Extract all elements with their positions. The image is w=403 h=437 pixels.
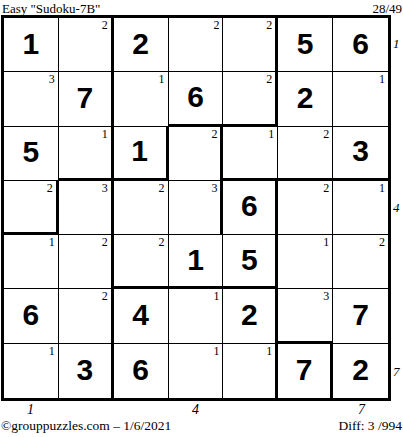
given-digit: 6: [4, 289, 58, 342]
given-digit: 1: [4, 18, 58, 71]
cell-r3c5[interactable]: 1: [223, 127, 278, 181]
pencil-mark: 3: [49, 72, 55, 86]
pencil-mark: 2: [47, 181, 53, 195]
row-label-7: 7: [393, 364, 400, 380]
pencil-mark: 3: [323, 289, 329, 303]
cell-r7c3[interactable]: 6: [114, 344, 169, 398]
cell-r1c5[interactable]: 2: [223, 18, 278, 72]
cell-r2c3[interactable]: 1: [114, 72, 169, 126]
given-digit: 3: [59, 344, 111, 398]
sudoku-board: 1222256371622151121232323621122151262412…: [1, 15, 391, 401]
given-digit: 7: [278, 344, 330, 398]
given-digit: 2: [114, 18, 168, 71]
pencil-mark: 2: [102, 289, 108, 303]
given-digit: 6: [223, 181, 275, 234]
cell-r5c3[interactable]: 2: [114, 235, 169, 289]
cell-r7c4[interactable]: 1: [169, 344, 224, 398]
copyright-text: ©grouppuzzles.com – 1/6/2021: [1, 418, 171, 434]
cell-r6c5[interactable]: 2: [223, 289, 278, 343]
given-digit: 7: [59, 72, 111, 125]
cell-r4c3[interactable]: 2: [114, 181, 169, 235]
row-label-4: 4: [393, 200, 400, 216]
cell-r1c7[interactable]: 6: [333, 18, 388, 72]
pencil-mark: 1: [379, 181, 385, 195]
cell-r4c2[interactable]: 3: [59, 181, 114, 235]
cell-r2c7[interactable]: 1: [333, 72, 388, 126]
pencil-mark: 1: [159, 72, 165, 86]
pencil-mark: 2: [379, 235, 385, 249]
given-digit: 2: [333, 344, 388, 398]
cell-r5c4[interactable]: 1: [169, 235, 224, 289]
cell-r6c4[interactable]: 1: [169, 289, 224, 343]
given-digit: 2: [223, 289, 275, 342]
col-label-7: 7: [358, 402, 365, 418]
difficulty-text: Diff: 3 /994: [339, 418, 403, 434]
cell-r3c6[interactable]: 2: [278, 127, 333, 181]
given-digit: 5: [4, 127, 58, 180]
pencil-mark: 1: [49, 235, 55, 249]
pencil-mark: 2: [213, 18, 219, 32]
given-digit: 1: [169, 235, 223, 286]
cell-r7c6[interactable]: 7: [278, 344, 333, 398]
given-digit: 6: [333, 18, 388, 71]
cell-r2c6[interactable]: 2: [278, 72, 333, 126]
cell-r7c2[interactable]: 3: [59, 344, 114, 398]
col-label-4: 4: [192, 402, 199, 418]
cell-r4c4[interactable]: 3: [169, 181, 224, 235]
cell-r3c2[interactable]: 1: [59, 127, 114, 181]
pencil-mark: 1: [213, 289, 219, 303]
pencil-mark: 1: [266, 344, 272, 358]
given-digit: 4: [114, 289, 168, 342]
cell-r4c7[interactable]: 1: [333, 181, 388, 235]
given-digit: 6: [114, 344, 168, 398]
pencil-mark: 2: [211, 127, 217, 141]
cell-r1c4[interactable]: 2: [169, 18, 224, 72]
cell-r7c7[interactable]: 2: [333, 344, 388, 398]
pencil-mark: 1: [379, 72, 385, 86]
cell-r4c6[interactable]: 2: [278, 181, 333, 235]
cell-r6c2[interactable]: 2: [59, 289, 114, 343]
given-digit: 1: [114, 127, 166, 178]
cell-r2c5[interactable]: 2: [223, 72, 278, 126]
pencil-mark: 2: [323, 127, 329, 141]
cell-r5c6[interactable]: 1: [278, 235, 333, 289]
cell-r2c2[interactable]: 7: [59, 72, 114, 126]
cell-r7c5[interactable]: 1: [223, 344, 278, 398]
cell-r5c5[interactable]: 5: [223, 235, 278, 289]
pencil-mark: 3: [102, 181, 108, 195]
given-digit: 6: [169, 72, 223, 123]
given-digit: 5: [223, 235, 275, 286]
pencil-mark: 2: [102, 235, 108, 249]
puzzle-page: Easy "Sudoku-7B" 28/49 12222563716221511…: [0, 0, 403, 437]
cell-r3c1[interactable]: 5: [4, 127, 59, 181]
cell-r6c3[interactable]: 4: [114, 289, 169, 343]
given-digit: 5: [278, 18, 332, 71]
given-digit: 7: [333, 289, 388, 342]
row-label-1: 1: [393, 36, 400, 52]
pencil-mark: 2: [266, 72, 272, 86]
cell-r4c1[interactable]: 2: [4, 181, 59, 235]
pencil-mark: 1: [213, 344, 219, 358]
pencil-mark: 3: [211, 181, 217, 195]
cell-r5c7[interactable]: 2: [333, 235, 388, 289]
cell-r2c1[interactable]: 3: [4, 72, 59, 126]
cell-r6c6[interactable]: 3: [278, 289, 333, 343]
pencil-mark: 1: [102, 127, 108, 141]
cell-r3c3[interactable]: 1: [114, 127, 169, 181]
col-label-1: 1: [27, 402, 34, 418]
cell-r7c1[interactable]: 1: [4, 344, 59, 398]
given-digit: 2: [278, 72, 332, 125]
cell-r1c1[interactable]: 1: [4, 18, 59, 72]
pencil-mark: 2: [159, 181, 165, 195]
cell-r4c5[interactable]: 6: [223, 181, 278, 235]
cell-r1c3[interactable]: 2: [114, 18, 169, 72]
given-digit: 3: [333, 127, 388, 178]
pencil-mark: 1: [268, 127, 274, 141]
cell-r3c4[interactable]: 2: [169, 127, 224, 181]
cell-r5c2[interactable]: 2: [59, 235, 114, 289]
cell-r5c1[interactable]: 1: [4, 235, 59, 289]
pencil-mark: 1: [49, 344, 55, 358]
cell-r1c6[interactable]: 5: [278, 18, 333, 72]
pencil-mark: 2: [323, 181, 329, 195]
pencil-mark: 2: [102, 18, 108, 32]
pencil-mark: 2: [266, 18, 272, 32]
pencil-mark: 2: [159, 235, 165, 249]
cell-r6c1[interactable]: 6: [4, 289, 59, 343]
cell-r1c2[interactable]: 2: [59, 18, 114, 72]
cell-r2c4[interactable]: 6: [169, 72, 224, 126]
cell-r3c7[interactable]: 3: [333, 127, 388, 181]
cell-r6c7[interactable]: 7: [333, 289, 388, 343]
pencil-mark: 1: [323, 235, 329, 249]
